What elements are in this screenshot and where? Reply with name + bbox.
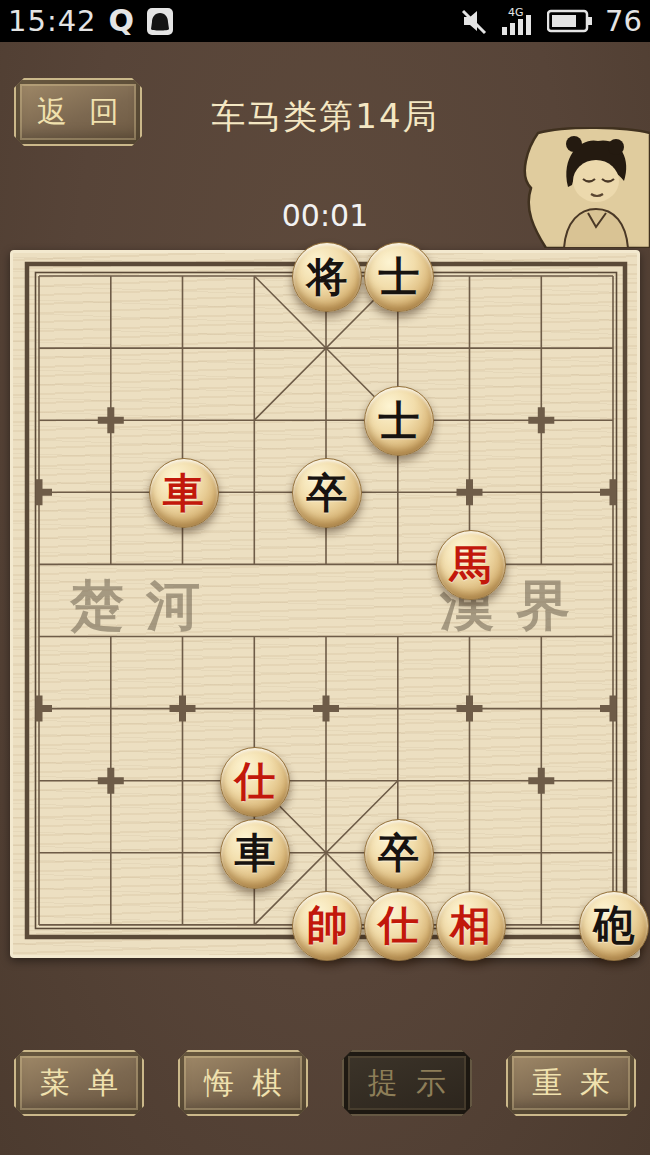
hint-button[interactable]: 提示 [342,1050,472,1116]
piece-red-horse[interactable]: 馬 [436,530,506,600]
piece-black-pawn-1[interactable]: 卒 [292,458,362,528]
signal-icon: 4G [501,6,535,36]
xiangqi-board[interactable]: 楚河 漢界 [10,250,640,958]
game-timer: 00:01 [0,198,650,233]
battery-icon [547,8,593,34]
piece-black-cannon[interactable]: 砲 [579,891,649,961]
mute-icon [459,6,489,36]
network-label: 4G [508,6,524,19]
piece-red-elephant[interactable]: 相 [436,891,506,961]
piece-red-advisor-2[interactable]: 仕 [364,891,434,961]
menu-button[interactable]: 菜单 [14,1050,144,1116]
piece-black-advisor-2[interactable]: 士 [364,386,434,456]
battery-percent: 76 [605,4,642,38]
piece-black-pawn-2[interactable]: 卒 [364,819,434,889]
piece-red-advisor-1[interactable]: 仕 [220,747,290,817]
piece-red-chariot[interactable]: 車 [149,458,219,528]
footer-toolbar: 菜单 悔棋 提示 重来 [0,1050,650,1116]
restart-button[interactable]: 重来 [506,1050,636,1116]
river-label-left: 楚河 [70,570,222,643]
clock-time: 15:42 [8,4,97,38]
piece-black-advisor-1[interactable]: 士 [364,242,434,312]
screen: 15:42 Q 4G [0,0,650,1155]
status-bar: 15:42 Q 4G [0,0,650,42]
piece-black-chariot[interactable]: 車 [220,819,290,889]
piece-black-general[interactable]: 将 [292,242,362,312]
notification-icon [146,6,174,36]
piece-red-general[interactable]: 帥 [292,891,362,961]
qq-icon: Q [109,6,135,36]
undo-button[interactable]: 悔棋 [178,1050,308,1116]
